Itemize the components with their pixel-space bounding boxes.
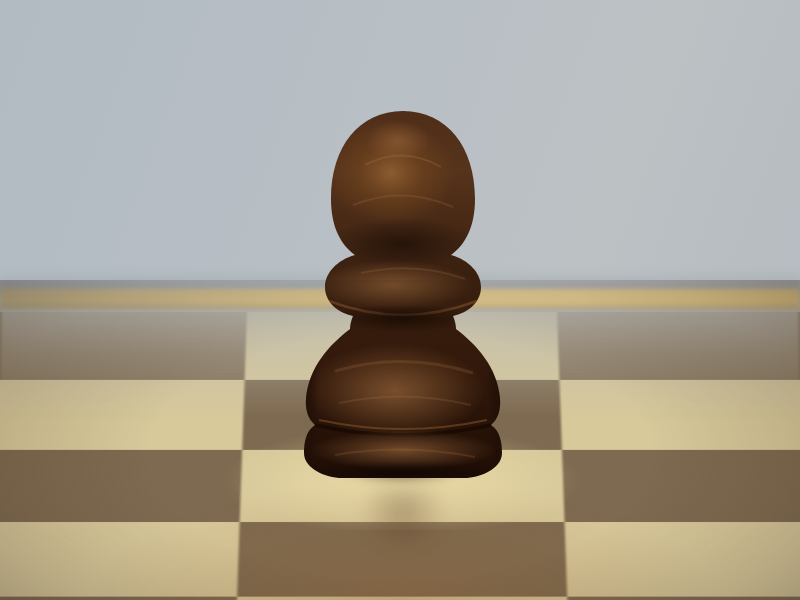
black-pawn[interactable] xyxy=(295,103,511,478)
pawn-body xyxy=(295,103,511,478)
photo-frame xyxy=(0,0,800,600)
